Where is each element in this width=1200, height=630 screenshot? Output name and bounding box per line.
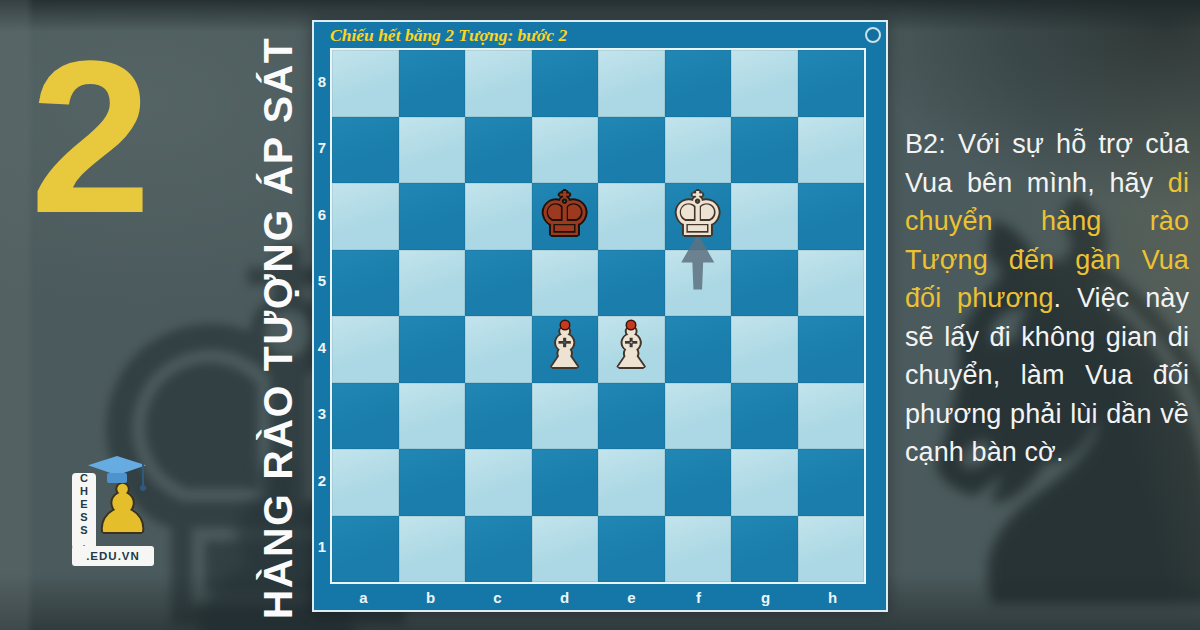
file-label-b: b — [397, 584, 464, 610]
square-a1[interactable] — [332, 516, 399, 583]
square-b8[interactable] — [399, 50, 466, 117]
square-b1[interactable] — [399, 516, 466, 583]
square-h3[interactable] — [798, 383, 865, 450]
square-b6[interactable] — [399, 183, 466, 250]
square-h4[interactable] — [798, 316, 865, 383]
board-middle: 87654321 ♚♚♝♝ — [314, 48, 886, 584]
lesson-text-segment: B2: Với sự hỗ trợ của Vua bên mình, hãy — [905, 129, 1189, 198]
chess-board-card: Chiếu hết bằng 2 Tượng: bước 2 87654321 … — [312, 20, 888, 612]
square-e6[interactable] — [598, 183, 665, 250]
file-label-g: g — [732, 584, 799, 610]
square-a8[interactable] — [332, 50, 399, 117]
square-g1[interactable] — [731, 516, 798, 583]
rank-label-2: 2 — [314, 447, 330, 514]
square-c4[interactable] — [465, 316, 532, 383]
graduation-cap-band — [107, 473, 127, 483]
rank-label-1: 1 — [314, 514, 330, 581]
rank-label-7: 7 — [314, 115, 330, 182]
logo-letter: H — [80, 485, 88, 498]
square-e1[interactable] — [598, 516, 665, 583]
square-g3[interactable] — [731, 383, 798, 450]
square-a3[interactable] — [332, 383, 399, 450]
square-g4[interactable] — [731, 316, 798, 383]
square-c1[interactable] — [465, 516, 532, 583]
square-g5[interactable] — [731, 250, 798, 317]
square-g6[interactable] — [731, 183, 798, 250]
file-label-h: h — [799, 584, 866, 610]
board-title: Chiếu hết bằng 2 Tượng: bước 2 — [314, 25, 567, 46]
square-c7[interactable] — [465, 117, 532, 184]
vertical-title: HÀNG RÀO TƯỢNG ÁP SÁT — [255, 28, 302, 628]
square-e8[interactable] — [598, 50, 665, 117]
square-f2[interactable] — [665, 449, 732, 516]
square-g8[interactable] — [731, 50, 798, 117]
square-a4[interactable] — [332, 316, 399, 383]
file-label-f: f — [665, 584, 732, 610]
square-f8[interactable] — [665, 50, 732, 117]
board-header: Chiếu hết bằng 2 Tượng: bước 2 — [314, 22, 886, 48]
square-c3[interactable] — [465, 383, 532, 450]
rank-label-8: 8 — [314, 48, 330, 115]
board-grid: ♚♚♝♝ — [330, 48, 866, 584]
square-b7[interactable] — [399, 117, 466, 184]
logo-letter: S — [80, 511, 87, 524]
square-c5[interactable] — [465, 250, 532, 317]
file-label-c: c — [464, 584, 531, 610]
square-h1[interactable] — [798, 516, 865, 583]
square-e2[interactable] — [598, 449, 665, 516]
square-h5[interactable] — [798, 250, 865, 317]
circle-icon — [865, 27, 881, 43]
square-f3[interactable] — [665, 383, 732, 450]
file-labels: abcdefgh — [314, 584, 886, 610]
square-c2[interactable] — [465, 449, 532, 516]
square-b2[interactable] — [399, 449, 466, 516]
file-label-d: d — [531, 584, 598, 610]
square-b4[interactable] — [399, 316, 466, 383]
chess-edu-logo: CHESS. ♟ .EDU.VN — [72, 456, 156, 568]
square-a5[interactable] — [332, 250, 399, 317]
square-d1[interactable] — [532, 516, 599, 583]
square-h2[interactable] — [798, 449, 865, 516]
square-d8[interactable] — [532, 50, 599, 117]
square-e7[interactable] — [598, 117, 665, 184]
square-g2[interactable] — [731, 449, 798, 516]
square-g7[interactable] — [731, 117, 798, 184]
square-d7[interactable] — [532, 117, 599, 184]
square-d3[interactable] — [532, 383, 599, 450]
square-d5[interactable] — [532, 250, 599, 317]
square-b3[interactable] — [399, 383, 466, 450]
rank-label-6: 6 — [314, 181, 330, 248]
square-h6[interactable] — [798, 183, 865, 250]
square-f1[interactable] — [665, 516, 732, 583]
logo-letter: S — [80, 524, 87, 537]
file-label-a: a — [330, 584, 397, 610]
square-e5[interactable] — [598, 250, 665, 317]
rank-label-4: 4 — [314, 314, 330, 381]
white-bishop-d4[interactable]: ♝ — [532, 316, 599, 383]
rank-label-3: 3 — [314, 381, 330, 448]
white-king-f6[interactable]: ♚ — [665, 183, 732, 250]
file-label-e: e — [598, 584, 665, 610]
step-number: 2 — [30, 48, 145, 227]
logo-domain: .EDU.VN — [72, 546, 154, 566]
square-d2[interactable] — [532, 449, 599, 516]
square-f7[interactable] — [665, 117, 732, 184]
square-h8[interactable] — [798, 50, 865, 117]
square-c6[interactable] — [465, 183, 532, 250]
rank-label-5: 5 — [314, 248, 330, 315]
rank-labels: 87654321 — [314, 48, 330, 584]
square-h7[interactable] — [798, 117, 865, 184]
white-bishop-e4[interactable]: ♝ — [598, 316, 665, 383]
lesson-text: B2: Với sự hỗ trợ của Vua bên mình, hãy … — [905, 125, 1189, 472]
logo-letter: C — [80, 472, 88, 485]
black-king-d6[interactable]: ♚ — [532, 183, 599, 250]
square-b5[interactable] — [399, 250, 466, 317]
logo-letter: E — [80, 498, 87, 511]
square-a7[interactable] — [332, 117, 399, 184]
square-a6[interactable] — [332, 183, 399, 250]
square-a2[interactable] — [332, 449, 399, 516]
square-c8[interactable] — [465, 50, 532, 117]
square-e3[interactable] — [598, 383, 665, 450]
square-f4[interactable] — [665, 316, 732, 383]
graduate-pawn-icon: ♟ — [93, 476, 152, 542]
